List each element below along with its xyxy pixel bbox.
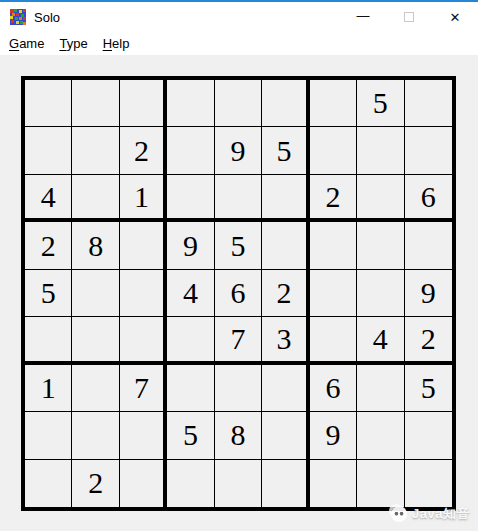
cell-r4c6[interactable]: [262, 222, 309, 269]
menu-type[interactable]: Type: [59, 36, 87, 51]
caption-buttons: — ✕: [340, 2, 478, 32]
cell-r4c7[interactable]: [310, 222, 357, 269]
cell-r9c6[interactable]: [262, 460, 309, 507]
cell-r5c2[interactable]: [72, 270, 119, 317]
cell-r1c7[interactable]: [310, 80, 357, 127]
cell-r6c6[interactable]: 3: [262, 317, 309, 364]
cell-r8c3[interactable]: [120, 412, 167, 459]
cell-r2c7[interactable]: [310, 127, 357, 174]
cell-r8c1[interactable]: [25, 412, 72, 459]
cell-r2c9[interactable]: [405, 127, 452, 174]
cell-r4c1[interactable]: 2: [25, 222, 72, 269]
cell-r2c1[interactable]: [25, 127, 72, 174]
menu-game[interactable]: Game: [9, 36, 44, 51]
cell-r7c3[interactable]: 7: [120, 365, 167, 412]
cell-r9c9[interactable]: [405, 460, 452, 507]
app-icon: [10, 9, 26, 25]
menu-help[interactable]: Help: [103, 36, 130, 51]
cell-r6c3[interactable]: [120, 317, 167, 364]
cell-r6c8[interactable]: 4: [357, 317, 404, 364]
maximize-button: [386, 2, 432, 32]
cell-r5c5[interactable]: 6: [215, 270, 262, 317]
cell-r1c8[interactable]: 5: [357, 80, 404, 127]
app-window: Solo — ✕ Game Type Help 5295412628955462…: [0, 0, 478, 531]
cell-r9c5[interactable]: [215, 460, 262, 507]
cell-r7c9[interactable]: 5: [405, 365, 452, 412]
cell-r8c5[interactable]: 8: [215, 412, 262, 459]
cell-r6c9[interactable]: 2: [405, 317, 452, 364]
cell-r9c2[interactable]: 2: [72, 460, 119, 507]
cell-r7c2[interactable]: [72, 365, 119, 412]
menu-bar: Game Type Help: [0, 32, 478, 55]
close-icon: ✕: [450, 11, 461, 24]
cell-r2c5[interactable]: 9: [215, 127, 262, 174]
cell-r3c5[interactable]: [215, 175, 262, 222]
cell-r6c1[interactable]: [25, 317, 72, 364]
close-button[interactable]: ✕: [432, 2, 478, 32]
minimize-button[interactable]: —: [340, 2, 386, 32]
cell-r5c9[interactable]: 9: [405, 270, 452, 317]
cell-r1c4[interactable]: [167, 80, 214, 127]
cell-r4c9[interactable]: [405, 222, 452, 269]
title-bar: Solo — ✕: [0, 2, 478, 32]
cell-r9c3[interactable]: [120, 460, 167, 507]
cell-r8c8[interactable]: [357, 412, 404, 459]
cell-r4c2[interactable]: 8: [72, 222, 119, 269]
cell-r5c6[interactable]: 2: [262, 270, 309, 317]
cell-r4c3[interactable]: [120, 222, 167, 269]
cell-r1c9[interactable]: [405, 80, 452, 127]
cell-r8c7[interactable]: 9: [310, 412, 357, 459]
cell-r6c7[interactable]: [310, 317, 357, 364]
cell-r5c8[interactable]: [357, 270, 404, 317]
cell-r6c4[interactable]: [167, 317, 214, 364]
maximize-icon: [404, 12, 414, 22]
cell-r4c4[interactable]: 9: [167, 222, 214, 269]
cell-r8c2[interactable]: [72, 412, 119, 459]
cell-r5c1[interactable]: 5: [25, 270, 72, 317]
cell-r9c1[interactable]: [25, 460, 72, 507]
cell-r3c6[interactable]: [262, 175, 309, 222]
cell-r2c8[interactable]: [357, 127, 404, 174]
cell-r7c4[interactable]: [167, 365, 214, 412]
cell-r3c3[interactable]: 1: [120, 175, 167, 222]
cell-r3c8[interactable]: [357, 175, 404, 222]
cell-r3c9[interactable]: 6: [405, 175, 452, 222]
cell-r4c8[interactable]: [357, 222, 404, 269]
cell-r2c4[interactable]: [167, 127, 214, 174]
cell-r3c4[interactable]: [167, 175, 214, 222]
window-title: Solo: [34, 10, 60, 25]
cell-r3c2[interactable]: [72, 175, 119, 222]
cell-r4c5[interactable]: 5: [215, 222, 262, 269]
cell-r7c1[interactable]: 1: [25, 365, 72, 412]
cell-r8c6[interactable]: [262, 412, 309, 459]
cell-r9c8[interactable]: [357, 460, 404, 507]
cell-r8c4[interactable]: 5: [167, 412, 214, 459]
cell-r3c1[interactable]: 4: [25, 175, 72, 222]
cell-r6c2[interactable]: [72, 317, 119, 364]
sudoku-board: 52954126289554629734217655892: [21, 76, 456, 511]
cell-r5c7[interactable]: [310, 270, 357, 317]
cell-r1c5[interactable]: [215, 80, 262, 127]
cell-r1c6[interactable]: [262, 80, 309, 127]
cell-r1c2[interactable]: [72, 80, 119, 127]
cell-r1c3[interactable]: [120, 80, 167, 127]
client-area: 52954126289554629734217655892 Java知音: [0, 55, 478, 531]
cell-r7c7[interactable]: 6: [310, 365, 357, 412]
cell-r3c7[interactable]: 2: [310, 175, 357, 222]
cell-r5c3[interactable]: [120, 270, 167, 317]
cell-r7c5[interactable]: [215, 365, 262, 412]
cell-r7c6[interactable]: [262, 365, 309, 412]
cell-r6c5[interactable]: 7: [215, 317, 262, 364]
cell-r5c4[interactable]: 4: [167, 270, 214, 317]
cell-r9c4[interactable]: [167, 460, 214, 507]
cell-r2c3[interactable]: 2: [120, 127, 167, 174]
cell-r8c9[interactable]: [405, 412, 452, 459]
cell-r9c7[interactable]: [310, 460, 357, 507]
minimize-icon: —: [357, 9, 370, 22]
cell-r2c6[interactable]: 5: [262, 127, 309, 174]
cell-r2c2[interactable]: [72, 127, 119, 174]
cell-r7c8[interactable]: [357, 365, 404, 412]
cell-r1c1[interactable]: [25, 80, 72, 127]
